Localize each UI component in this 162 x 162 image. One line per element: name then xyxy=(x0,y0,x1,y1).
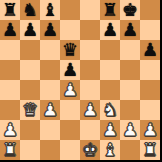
square-e2[interactable] xyxy=(80,120,100,140)
square-c8[interactable]: ♝ xyxy=(40,0,60,20)
square-f6[interactable] xyxy=(100,40,120,60)
square-b6[interactable] xyxy=(20,40,40,60)
square-f7[interactable]: ♟ xyxy=(100,20,120,40)
square-h1[interactable]: ♜ xyxy=(140,140,160,160)
square-f4[interactable] xyxy=(100,80,120,100)
square-b1[interactable] xyxy=(20,140,40,160)
square-h6[interactable]: ♟ xyxy=(140,40,160,60)
square-g4[interactable] xyxy=(120,80,140,100)
piece-black-rook[interactable]: ♜ xyxy=(2,0,18,20)
square-a1[interactable]: ♜ xyxy=(0,140,20,160)
square-h8[interactable] xyxy=(140,0,160,20)
piece-white-pawn[interactable]: ♟ xyxy=(2,120,18,140)
piece-black-pawn[interactable]: ♟ xyxy=(42,20,58,40)
square-e5[interactable] xyxy=(80,60,100,80)
square-d3[interactable] xyxy=(60,100,80,120)
square-f3[interactable]: ♞ xyxy=(100,100,120,120)
square-g7[interactable]: ♟ xyxy=(120,20,140,40)
square-c5[interactable] xyxy=(40,60,60,80)
piece-black-rook[interactable]: ♜ xyxy=(102,0,118,20)
square-g8[interactable]: ♚ xyxy=(120,0,140,20)
piece-black-pawn[interactable]: ♟ xyxy=(122,20,138,40)
piece-white-bishop[interactable]: ♝ xyxy=(102,140,118,160)
square-f2[interactable]: ♟ xyxy=(100,120,120,140)
piece-black-knight[interactable]: ♞ xyxy=(22,0,38,20)
square-e7[interactable] xyxy=(80,20,100,40)
piece-white-king[interactable]: ♚ xyxy=(82,140,98,160)
square-d5[interactable]: ♟ xyxy=(60,60,80,80)
square-h7[interactable] xyxy=(140,20,160,40)
piece-white-rook[interactable]: ♜ xyxy=(2,140,18,160)
piece-black-pawn[interactable]: ♟ xyxy=(142,40,158,60)
square-f1[interactable]: ♝ xyxy=(100,140,120,160)
square-a2[interactable]: ♟ xyxy=(0,120,20,140)
square-g3[interactable] xyxy=(120,100,140,120)
square-a8[interactable]: ♜ xyxy=(0,0,20,20)
square-c4[interactable] xyxy=(40,80,60,100)
square-e1[interactable]: ♚ xyxy=(80,140,100,160)
square-f8[interactable]: ♜ xyxy=(100,0,120,20)
square-g5[interactable] xyxy=(120,60,140,80)
square-b8[interactable]: ♞ xyxy=(20,0,40,20)
piece-black-pawn[interactable]: ♟ xyxy=(22,20,38,40)
square-c1[interactable] xyxy=(40,140,60,160)
square-b7[interactable]: ♟ xyxy=(20,20,40,40)
piece-black-pawn[interactable]: ♟ xyxy=(2,20,18,40)
square-a4[interactable] xyxy=(0,80,20,100)
square-g1[interactable] xyxy=(120,140,140,160)
square-a5[interactable] xyxy=(0,60,20,80)
square-e3[interactable]: ♟ xyxy=(80,100,100,120)
square-g2[interactable]: ♟ xyxy=(120,120,140,140)
square-e4[interactable] xyxy=(80,80,100,100)
square-b2[interactable] xyxy=(20,120,40,140)
piece-white-pawn[interactable]: ♟ xyxy=(142,120,158,140)
piece-white-pawn[interactable]: ♟ xyxy=(82,100,98,120)
piece-black-bishop[interactable]: ♝ xyxy=(42,0,58,20)
square-a3[interactable] xyxy=(0,100,20,120)
piece-white-pawn[interactable]: ♟ xyxy=(122,120,138,140)
square-a7[interactable]: ♟ xyxy=(0,20,20,40)
piece-white-pawn[interactable]: ♟ xyxy=(62,80,78,100)
square-d1[interactable] xyxy=(60,140,80,160)
square-b4[interactable] xyxy=(20,80,40,100)
square-c6[interactable] xyxy=(40,40,60,60)
piece-white-knight[interactable]: ♞ xyxy=(102,100,118,120)
square-h3[interactable] xyxy=(140,100,160,120)
square-h2[interactable]: ♟ xyxy=(140,120,160,140)
square-d8[interactable] xyxy=(60,0,80,20)
piece-white-pawn[interactable]: ♟ xyxy=(102,120,118,140)
piece-black-pawn[interactable]: ♟ xyxy=(62,60,78,80)
square-c7[interactable]: ♟ xyxy=(40,20,60,40)
square-d2[interactable] xyxy=(60,120,80,140)
square-b5[interactable] xyxy=(20,60,40,80)
square-f5[interactable] xyxy=(100,60,120,80)
piece-black-pawn[interactable]: ♟ xyxy=(102,20,118,40)
square-d4[interactable]: ♟ xyxy=(60,80,80,100)
piece-black-queen[interactable]: ♛ xyxy=(62,40,78,60)
piece-white-rook[interactable]: ♜ xyxy=(142,140,158,160)
square-b3[interactable]: ♛ xyxy=(20,100,40,120)
piece-white-pawn[interactable]: ♟ xyxy=(42,100,58,120)
square-g6[interactable] xyxy=(120,40,140,60)
square-h4[interactable] xyxy=(140,80,160,100)
board-frame: ♜♞♝♜♚♟♟♟♟♟♛♟♟♟♛♟♟♞♟♟♟♟♜♚♝♜ xyxy=(0,0,162,162)
piece-white-queen[interactable]: ♛ xyxy=(22,100,38,120)
square-h5[interactable] xyxy=(140,60,160,80)
square-d6[interactable]: ♛ xyxy=(60,40,80,60)
square-e6[interactable] xyxy=(80,40,100,60)
piece-black-king[interactable]: ♚ xyxy=(122,0,138,20)
square-d7[interactable] xyxy=(60,20,80,40)
square-a6[interactable] xyxy=(0,40,20,60)
chess-board: ♜♞♝♜♚♟♟♟♟♟♛♟♟♟♛♟♟♞♟♟♟♟♜♚♝♜ xyxy=(0,0,160,160)
square-c2[interactable] xyxy=(40,120,60,140)
square-e8[interactable] xyxy=(80,0,100,20)
square-c3[interactable]: ♟ xyxy=(40,100,60,120)
